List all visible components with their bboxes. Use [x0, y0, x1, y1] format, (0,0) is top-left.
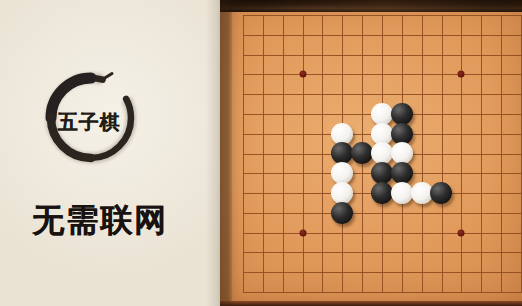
- black-stone: [331, 142, 353, 164]
- black-stone: [391, 103, 413, 125]
- tagline-text: 无需联网: [0, 199, 200, 243]
- white-stone: [331, 123, 353, 145]
- white-stone: [331, 182, 353, 204]
- black-stone: [351, 142, 373, 164]
- white-stone: [391, 182, 413, 204]
- white-stone: [331, 162, 353, 184]
- stones-layer: [233, 5, 522, 302]
- left-panel: 五子棋 无需联网: [0, 0, 220, 306]
- black-stone: [371, 162, 393, 184]
- white-stone: [391, 142, 413, 164]
- white-stone: [371, 123, 393, 145]
- black-stone: [391, 123, 413, 145]
- logo-title: 五子棋: [41, 109, 137, 136]
- gomoku-app-screen: 五子棋 无需联网: [0, 0, 522, 306]
- black-stone: [331, 202, 353, 224]
- board-bottom-edge: [220, 301, 522, 306]
- white-stone: [371, 103, 393, 125]
- gomoku-board[interactable]: [220, 0, 522, 306]
- white-stone: [371, 142, 393, 164]
- gomoku-logo: 五子棋: [41, 68, 141, 168]
- board-top-edge: [220, 0, 522, 12]
- white-stone: [411, 182, 433, 204]
- black-stone: [430, 182, 452, 204]
- black-stone: [371, 182, 393, 204]
- black-stone: [391, 162, 413, 184]
